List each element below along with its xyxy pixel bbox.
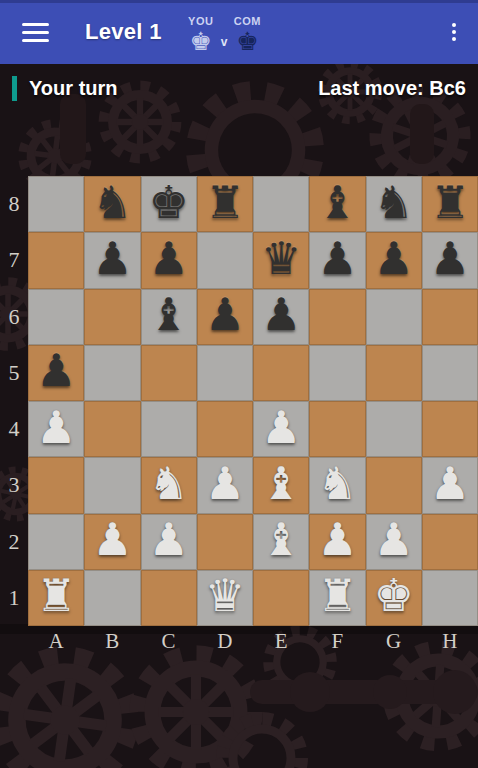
- square-b7[interactable]: ♟: [84, 232, 140, 288]
- rank-label-7: 7: [0, 232, 28, 288]
- black-pawn: ♟: [36, 348, 76, 393]
- square-e7[interactable]: ♛: [253, 232, 309, 288]
- white-pawn: ♟: [92, 517, 132, 562]
- square-c8[interactable]: ♚: [141, 176, 197, 232]
- black-knight: ♞: [373, 180, 413, 225]
- square-c6[interactable]: ♝: [141, 289, 197, 345]
- square-b2[interactable]: ♟: [84, 514, 140, 570]
- white-bishop: ♝: [261, 517, 301, 562]
- square-a1[interactable]: ♜: [28, 570, 84, 626]
- white-king-icon: ♚: [190, 28, 212, 55]
- rank-label-3: 3: [0, 457, 28, 513]
- square-f7[interactable]: ♟: [309, 232, 365, 288]
- square-g7[interactable]: ♟: [366, 232, 422, 288]
- square-c3[interactable]: ♞: [141, 457, 197, 513]
- turn-indicator: Your turn: [12, 76, 118, 101]
- black-pawn: ♟: [261, 292, 301, 337]
- square-c1[interactable]: [141, 570, 197, 626]
- black-bishop: ♝: [148, 292, 188, 337]
- square-f4[interactable]: [309, 401, 365, 457]
- square-d8[interactable]: ♜: [197, 176, 253, 232]
- square-b6[interactable]: [84, 289, 140, 345]
- white-bishop: ♝: [261, 461, 301, 506]
- square-c4[interactable]: [141, 401, 197, 457]
- black-rook: ♜: [205, 180, 245, 225]
- white-king: ♚: [373, 573, 413, 618]
- file-label-c: C: [141, 626, 197, 656]
- file-label-h: H: [422, 626, 478, 656]
- black-pawn: ♟: [205, 292, 245, 337]
- hamburger-menu-icon[interactable]: [22, 23, 49, 42]
- players-indicator: YOU ♚ v COM ♚: [184, 9, 265, 55]
- rank-label-6: 6: [0, 289, 28, 345]
- square-f8[interactable]: ♝: [309, 176, 365, 232]
- white-rook: ♜: [36, 573, 76, 618]
- square-e5[interactable]: [253, 345, 309, 401]
- app-screen: Level 1 YOU ♚ v COM ♚ Your turn Last mov…: [0, 0, 478, 768]
- file-label-a: A: [28, 626, 84, 656]
- white-knight: ♞: [148, 461, 188, 506]
- square-a2[interactable]: [28, 514, 84, 570]
- black-knight: ♞: [92, 180, 132, 225]
- status-bar-strip: [0, 0, 478, 3]
- square-d2[interactable]: [197, 514, 253, 570]
- white-pawn: ♟: [205, 461, 245, 506]
- square-c7[interactable]: ♟: [141, 232, 197, 288]
- square-b8[interactable]: ♞: [84, 176, 140, 232]
- rank-label-8: 8: [0, 176, 28, 232]
- square-d5[interactable]: [197, 345, 253, 401]
- last-move-text: Last move: Bc6: [318, 77, 466, 100]
- square-c5[interactable]: [141, 345, 197, 401]
- black-bishop: ♝: [317, 180, 357, 225]
- player-you: YOU ♚: [184, 9, 218, 55]
- black-king-icon: ♚: [236, 28, 258, 55]
- square-d1[interactable]: ♛: [197, 570, 253, 626]
- square-g3[interactable]: [366, 457, 422, 513]
- square-h3[interactable]: ♟: [422, 457, 478, 513]
- white-pawn: ♟: [36, 405, 76, 450]
- square-d6[interactable]: ♟: [197, 289, 253, 345]
- file-label-d: D: [197, 626, 253, 656]
- black-queen: ♛: [261, 236, 301, 281]
- rank-label-1: 1: [0, 570, 28, 626]
- black-king: ♚: [148, 180, 188, 225]
- square-e6[interactable]: ♟: [253, 289, 309, 345]
- rank-label-5: 5: [0, 345, 28, 401]
- square-a3[interactable]: [28, 457, 84, 513]
- file-label-f: F: [309, 626, 365, 656]
- square-f2[interactable]: ♟: [309, 514, 365, 570]
- versus-label: v: [221, 35, 228, 49]
- black-pawn: ♟: [317, 236, 357, 281]
- square-a6[interactable]: [28, 289, 84, 345]
- white-pawn: ♟: [373, 517, 413, 562]
- square-f1[interactable]: ♜: [309, 570, 365, 626]
- white-pawn: ♟: [317, 517, 357, 562]
- status-row: Your turn Last move: Bc6: [0, 64, 478, 112]
- square-a7[interactable]: [28, 232, 84, 288]
- rank-label-4: 4: [0, 401, 28, 457]
- white-knight: ♞: [317, 461, 357, 506]
- square-a5[interactable]: ♟: [28, 345, 84, 401]
- square-c2[interactable]: ♟: [141, 514, 197, 570]
- file-labels: ABCDEFGH: [28, 626, 478, 656]
- square-h1[interactable]: [422, 570, 478, 626]
- black-pawn: ♟: [373, 236, 413, 281]
- file-label-e: E: [253, 626, 309, 656]
- white-pawn: ♟: [430, 461, 470, 506]
- square-g2[interactable]: ♟: [366, 514, 422, 570]
- white-pawn: ♟: [261, 405, 301, 450]
- square-f3[interactable]: ♞: [309, 457, 365, 513]
- page-title: Level 1: [85, 19, 162, 45]
- file-label-g: G: [366, 626, 422, 656]
- white-queen: ♛: [205, 573, 245, 618]
- turn-accent-bar: [12, 76, 17, 101]
- square-e8[interactable]: [253, 176, 309, 232]
- square-h7[interactable]: ♟: [422, 232, 478, 288]
- square-g6[interactable]: [366, 289, 422, 345]
- square-h4[interactable]: [422, 401, 478, 457]
- square-h5[interactable]: [422, 345, 478, 401]
- square-e3[interactable]: ♝: [253, 457, 309, 513]
- turn-text: Your turn: [29, 77, 118, 100]
- square-e1[interactable]: [253, 570, 309, 626]
- square-b4[interactable]: [84, 401, 140, 457]
- square-g8[interactable]: ♞: [366, 176, 422, 232]
- square-a4[interactable]: ♟: [28, 401, 84, 457]
- square-f5[interactable]: [309, 345, 365, 401]
- black-rook: ♜: [430, 180, 470, 225]
- square-b3[interactable]: [84, 457, 140, 513]
- square-d3[interactable]: ♟: [197, 457, 253, 513]
- black-pawn: ♟: [148, 236, 188, 281]
- app-bar: Level 1 YOU ♚ v COM ♚: [0, 0, 478, 64]
- square-g4[interactable]: [366, 401, 422, 457]
- square-h2[interactable]: [422, 514, 478, 570]
- rank-label-2: 2: [0, 514, 28, 570]
- square-a8[interactable]: [28, 176, 84, 232]
- square-h6[interactable]: [422, 289, 478, 345]
- white-rook: ♜: [317, 573, 357, 618]
- square-f6[interactable]: [309, 289, 365, 345]
- square-g1[interactable]: ♚: [366, 570, 422, 626]
- square-b5[interactable]: [84, 345, 140, 401]
- black-pawn: ♟: [430, 236, 470, 281]
- square-g5[interactable]: [366, 345, 422, 401]
- square-d7[interactable]: [197, 232, 253, 288]
- kebab-menu-icon[interactable]: [448, 19, 460, 45]
- black-pawn: ♟: [92, 236, 132, 281]
- square-e4[interactable]: ♟: [253, 401, 309, 457]
- player-com: COM ♚: [230, 9, 264, 55]
- square-e2[interactable]: ♝: [253, 514, 309, 570]
- white-pawn: ♟: [148, 517, 188, 562]
- chess-board-area: 87654321 ♞♚♜♝♞♜♟♟♛♟♟♟♝♟♟♟♟♟♞♟♝♞♟♟♟♝♟♟♜♛♜…: [0, 176, 478, 656]
- square-b1[interactable]: [84, 570, 140, 626]
- file-label-b: B: [84, 626, 140, 656]
- chess-board: ♞♚♜♝♞♜♟♟♛♟♟♟♝♟♟♟♟♟♞♟♝♞♟♟♟♝♟♟♜♛♜♚: [28, 176, 478, 626]
- square-h8[interactable]: ♜: [422, 176, 478, 232]
- square-d4[interactable]: [197, 401, 253, 457]
- rank-labels: 87654321: [0, 176, 28, 626]
